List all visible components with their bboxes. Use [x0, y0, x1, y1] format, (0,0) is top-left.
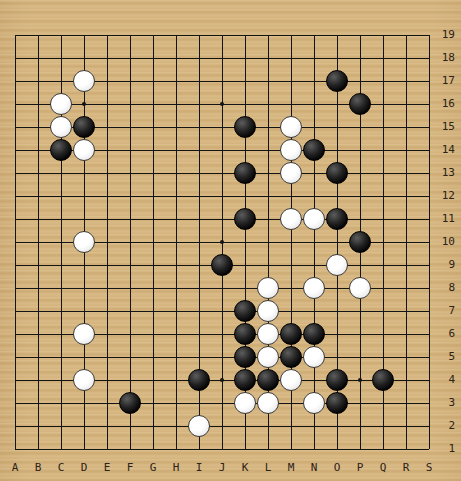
point-D2[interactable] — [73, 415, 96, 438]
point-F4[interactable] — [119, 369, 142, 392]
point-A8[interactable] — [4, 277, 27, 300]
point-H1[interactable] — [165, 438, 188, 461]
point-H9[interactable] — [165, 254, 188, 277]
point-K12[interactable] — [234, 185, 257, 208]
point-Q4[interactable] — [372, 369, 395, 392]
point-C8[interactable] — [50, 277, 73, 300]
point-N2[interactable] — [303, 415, 326, 438]
point-R15[interactable] — [395, 116, 418, 139]
point-F10[interactable] — [119, 231, 142, 254]
point-B5[interactable] — [27, 346, 50, 369]
point-R8[interactable] — [395, 277, 418, 300]
point-P9[interactable] — [349, 254, 372, 277]
point-Q11[interactable] — [372, 208, 395, 231]
point-D5[interactable] — [73, 346, 96, 369]
point-I13[interactable] — [188, 162, 211, 185]
point-I1[interactable] — [188, 438, 211, 461]
point-N17[interactable] — [303, 70, 326, 93]
point-C9[interactable] — [50, 254, 73, 277]
point-J7[interactable] — [211, 300, 234, 323]
point-J2[interactable] — [211, 415, 234, 438]
point-G19[interactable] — [142, 24, 165, 47]
point-Q3[interactable] — [372, 392, 395, 415]
point-O5[interactable] — [326, 346, 349, 369]
point-B1[interactable] — [27, 438, 50, 461]
point-F13[interactable] — [119, 162, 142, 185]
point-O19[interactable] — [326, 24, 349, 47]
point-E6[interactable] — [96, 323, 119, 346]
point-E16[interactable] — [96, 93, 119, 116]
point-A7[interactable] — [4, 300, 27, 323]
point-R9[interactable] — [395, 254, 418, 277]
point-J1[interactable] — [211, 438, 234, 461]
point-R10[interactable] — [395, 231, 418, 254]
point-N8[interactable] — [303, 277, 326, 300]
point-A10[interactable] — [4, 231, 27, 254]
point-E5[interactable] — [96, 346, 119, 369]
point-N4[interactable] — [303, 369, 326, 392]
point-J18[interactable] — [211, 47, 234, 70]
point-C11[interactable] — [50, 208, 73, 231]
point-B19[interactable] — [27, 24, 50, 47]
goban[interactable] — [4, 24, 441, 461]
point-M15[interactable] — [280, 116, 303, 139]
point-F15[interactable] — [119, 116, 142, 139]
point-I8[interactable] — [188, 277, 211, 300]
point-M18[interactable] — [280, 47, 303, 70]
point-C16[interactable] — [50, 93, 73, 116]
point-L16[interactable] — [257, 93, 280, 116]
point-F19[interactable] — [119, 24, 142, 47]
point-G5[interactable] — [142, 346, 165, 369]
point-G17[interactable] — [142, 70, 165, 93]
point-H2[interactable] — [165, 415, 188, 438]
point-H8[interactable] — [165, 277, 188, 300]
point-D19[interactable] — [73, 24, 96, 47]
point-F11[interactable] — [119, 208, 142, 231]
point-D17[interactable] — [73, 70, 96, 93]
point-M14[interactable] — [280, 139, 303, 162]
point-E11[interactable] — [96, 208, 119, 231]
point-E8[interactable] — [96, 277, 119, 300]
point-M19[interactable] — [280, 24, 303, 47]
point-J3[interactable] — [211, 392, 234, 415]
point-E4[interactable] — [96, 369, 119, 392]
point-M16[interactable] — [280, 93, 303, 116]
point-K2[interactable] — [234, 415, 257, 438]
point-A13[interactable] — [4, 162, 27, 185]
point-F16[interactable] — [119, 93, 142, 116]
point-A3[interactable] — [4, 392, 27, 415]
point-A5[interactable] — [4, 346, 27, 369]
point-Q10[interactable] — [372, 231, 395, 254]
point-N14[interactable] — [303, 139, 326, 162]
point-G15[interactable] — [142, 116, 165, 139]
point-P1[interactable] — [349, 438, 372, 461]
point-E3[interactable] — [96, 392, 119, 415]
point-E1[interactable] — [96, 438, 119, 461]
point-B18[interactable] — [27, 47, 50, 70]
point-C1[interactable] — [50, 438, 73, 461]
point-F1[interactable] — [119, 438, 142, 461]
point-B9[interactable] — [27, 254, 50, 277]
point-P14[interactable] — [349, 139, 372, 162]
point-Q6[interactable] — [372, 323, 395, 346]
point-G3[interactable] — [142, 392, 165, 415]
point-R6[interactable] — [395, 323, 418, 346]
point-Q15[interactable] — [372, 116, 395, 139]
point-B3[interactable] — [27, 392, 50, 415]
point-G16[interactable] — [142, 93, 165, 116]
point-L8[interactable] — [257, 277, 280, 300]
point-D1[interactable] — [73, 438, 96, 461]
point-P18[interactable] — [349, 47, 372, 70]
point-K17[interactable] — [234, 70, 257, 93]
point-Q13[interactable] — [372, 162, 395, 185]
point-Q16[interactable] — [372, 93, 395, 116]
point-M8[interactable] — [280, 277, 303, 300]
point-A11[interactable] — [4, 208, 27, 231]
point-A1[interactable] — [4, 438, 27, 461]
point-Q14[interactable] — [372, 139, 395, 162]
point-O15[interactable] — [326, 116, 349, 139]
point-J5[interactable] — [211, 346, 234, 369]
point-P12[interactable] — [349, 185, 372, 208]
point-R14[interactable] — [395, 139, 418, 162]
point-J12[interactable] — [211, 185, 234, 208]
point-H14[interactable] — [165, 139, 188, 162]
point-G13[interactable] — [142, 162, 165, 185]
point-H18[interactable] — [165, 47, 188, 70]
point-P2[interactable] — [349, 415, 372, 438]
point-Q5[interactable] — [372, 346, 395, 369]
point-L13[interactable] — [257, 162, 280, 185]
point-A19[interactable] — [4, 24, 27, 47]
point-L6[interactable] — [257, 323, 280, 346]
point-G1[interactable] — [142, 438, 165, 461]
point-I12[interactable] — [188, 185, 211, 208]
point-A14[interactable] — [4, 139, 27, 162]
point-P17[interactable] — [349, 70, 372, 93]
point-J9[interactable] — [211, 254, 234, 277]
point-C10[interactable] — [50, 231, 73, 254]
point-B8[interactable] — [27, 277, 50, 300]
point-O18[interactable] — [326, 47, 349, 70]
point-M10[interactable] — [280, 231, 303, 254]
point-C4[interactable] — [50, 369, 73, 392]
point-C7[interactable] — [50, 300, 73, 323]
point-A12[interactable] — [4, 185, 27, 208]
point-O11[interactable] — [326, 208, 349, 231]
point-C19[interactable] — [50, 24, 73, 47]
point-J19[interactable] — [211, 24, 234, 47]
point-O17[interactable] — [326, 70, 349, 93]
point-F5[interactable] — [119, 346, 142, 369]
point-F9[interactable] — [119, 254, 142, 277]
point-B13[interactable] — [27, 162, 50, 185]
point-J11[interactable] — [211, 208, 234, 231]
point-O1[interactable] — [326, 438, 349, 461]
point-P4[interactable] — [349, 369, 372, 392]
point-I7[interactable] — [188, 300, 211, 323]
point-K15[interactable] — [234, 116, 257, 139]
point-R1[interactable] — [395, 438, 418, 461]
point-I4[interactable] — [188, 369, 211, 392]
point-B17[interactable] — [27, 70, 50, 93]
point-N11[interactable] — [303, 208, 326, 231]
point-D12[interactable] — [73, 185, 96, 208]
point-O16[interactable] — [326, 93, 349, 116]
point-F6[interactable] — [119, 323, 142, 346]
point-O14[interactable] — [326, 139, 349, 162]
point-N1[interactable] — [303, 438, 326, 461]
point-B2[interactable] — [27, 415, 50, 438]
point-E9[interactable] — [96, 254, 119, 277]
point-F12[interactable] — [119, 185, 142, 208]
point-R5[interactable] — [395, 346, 418, 369]
point-F8[interactable] — [119, 277, 142, 300]
point-P8[interactable] — [349, 277, 372, 300]
point-G14[interactable] — [142, 139, 165, 162]
point-I9[interactable] — [188, 254, 211, 277]
point-M9[interactable] — [280, 254, 303, 277]
point-H17[interactable] — [165, 70, 188, 93]
point-G4[interactable] — [142, 369, 165, 392]
point-O3[interactable] — [326, 392, 349, 415]
point-K10[interactable] — [234, 231, 257, 254]
point-B6[interactable] — [27, 323, 50, 346]
point-M13[interactable] — [280, 162, 303, 185]
point-K8[interactable] — [234, 277, 257, 300]
point-Q7[interactable] — [372, 300, 395, 323]
point-B7[interactable] — [27, 300, 50, 323]
point-R18[interactable] — [395, 47, 418, 70]
point-H5[interactable] — [165, 346, 188, 369]
point-I16[interactable] — [188, 93, 211, 116]
point-L12[interactable] — [257, 185, 280, 208]
point-O4[interactable] — [326, 369, 349, 392]
point-L15[interactable] — [257, 116, 280, 139]
point-G7[interactable] — [142, 300, 165, 323]
point-D6[interactable] — [73, 323, 96, 346]
point-F7[interactable] — [119, 300, 142, 323]
point-R3[interactable] — [395, 392, 418, 415]
point-D9[interactable] — [73, 254, 96, 277]
point-L7[interactable] — [257, 300, 280, 323]
point-R16[interactable] — [395, 93, 418, 116]
point-E2[interactable] — [96, 415, 119, 438]
point-L19[interactable] — [257, 24, 280, 47]
point-N19[interactable] — [303, 24, 326, 47]
point-J10[interactable] — [211, 231, 234, 254]
point-I11[interactable] — [188, 208, 211, 231]
point-K18[interactable] — [234, 47, 257, 70]
point-E12[interactable] — [96, 185, 119, 208]
point-H4[interactable] — [165, 369, 188, 392]
point-C12[interactable] — [50, 185, 73, 208]
point-I5[interactable] — [188, 346, 211, 369]
point-O2[interactable] — [326, 415, 349, 438]
point-J17[interactable] — [211, 70, 234, 93]
point-H3[interactable] — [165, 392, 188, 415]
point-H19[interactable] — [165, 24, 188, 47]
point-O9[interactable] — [326, 254, 349, 277]
point-N18[interactable] — [303, 47, 326, 70]
point-D13[interactable] — [73, 162, 96, 185]
point-K14[interactable] — [234, 139, 257, 162]
point-D15[interactable] — [73, 116, 96, 139]
point-Q9[interactable] — [372, 254, 395, 277]
point-L5[interactable] — [257, 346, 280, 369]
point-N7[interactable] — [303, 300, 326, 323]
point-L2[interactable] — [257, 415, 280, 438]
point-Q12[interactable] — [372, 185, 395, 208]
point-M17[interactable] — [280, 70, 303, 93]
point-B14[interactable] — [27, 139, 50, 162]
point-P6[interactable] — [349, 323, 372, 346]
point-M11[interactable] — [280, 208, 303, 231]
point-R17[interactable] — [395, 70, 418, 93]
point-O12[interactable] — [326, 185, 349, 208]
point-P3[interactable] — [349, 392, 372, 415]
point-L18[interactable] — [257, 47, 280, 70]
point-D16[interactable] — [73, 93, 96, 116]
point-I18[interactable] — [188, 47, 211, 70]
point-E18[interactable] — [96, 47, 119, 70]
point-P13[interactable] — [349, 162, 372, 185]
point-C5[interactable] — [50, 346, 73, 369]
point-K4[interactable] — [234, 369, 257, 392]
point-K13[interactable] — [234, 162, 257, 185]
point-K1[interactable] — [234, 438, 257, 461]
point-L1[interactable] — [257, 438, 280, 461]
point-B11[interactable] — [27, 208, 50, 231]
point-F14[interactable] — [119, 139, 142, 162]
point-P11[interactable] — [349, 208, 372, 231]
point-P15[interactable] — [349, 116, 372, 139]
point-L17[interactable] — [257, 70, 280, 93]
point-C18[interactable] — [50, 47, 73, 70]
point-Q1[interactable] — [372, 438, 395, 461]
point-P10[interactable] — [349, 231, 372, 254]
point-D10[interactable] — [73, 231, 96, 254]
point-P5[interactable] — [349, 346, 372, 369]
point-P16[interactable] — [349, 93, 372, 116]
point-C13[interactable] — [50, 162, 73, 185]
point-L9[interactable] — [257, 254, 280, 277]
point-G9[interactable] — [142, 254, 165, 277]
point-D3[interactable] — [73, 392, 96, 415]
point-E7[interactable] — [96, 300, 119, 323]
point-F18[interactable] — [119, 47, 142, 70]
point-R19[interactable] — [395, 24, 418, 47]
point-L11[interactable] — [257, 208, 280, 231]
point-E15[interactable] — [96, 116, 119, 139]
point-E10[interactable] — [96, 231, 119, 254]
point-G18[interactable] — [142, 47, 165, 70]
point-J6[interactable] — [211, 323, 234, 346]
point-M4[interactable] — [280, 369, 303, 392]
point-G12[interactable] — [142, 185, 165, 208]
point-N9[interactable] — [303, 254, 326, 277]
point-C15[interactable] — [50, 116, 73, 139]
point-F2[interactable] — [119, 415, 142, 438]
point-R12[interactable] — [395, 185, 418, 208]
point-A18[interactable] — [4, 47, 27, 70]
point-A16[interactable] — [4, 93, 27, 116]
point-L4[interactable] — [257, 369, 280, 392]
point-I19[interactable] — [188, 24, 211, 47]
point-R7[interactable] — [395, 300, 418, 323]
point-N6[interactable] — [303, 323, 326, 346]
point-A6[interactable] — [4, 323, 27, 346]
point-E13[interactable] — [96, 162, 119, 185]
point-C6[interactable] — [50, 323, 73, 346]
point-H6[interactable] — [165, 323, 188, 346]
point-N3[interactable] — [303, 392, 326, 415]
point-L10[interactable] — [257, 231, 280, 254]
point-F3[interactable] — [119, 392, 142, 415]
point-Q8[interactable] — [372, 277, 395, 300]
point-Q2[interactable] — [372, 415, 395, 438]
point-M2[interactable] — [280, 415, 303, 438]
point-O6[interactable] — [326, 323, 349, 346]
point-E19[interactable] — [96, 24, 119, 47]
point-R11[interactable] — [395, 208, 418, 231]
point-I2[interactable] — [188, 415, 211, 438]
point-C3[interactable] — [50, 392, 73, 415]
point-A15[interactable] — [4, 116, 27, 139]
point-H11[interactable] — [165, 208, 188, 231]
point-B4[interactable] — [27, 369, 50, 392]
point-K5[interactable] — [234, 346, 257, 369]
point-B16[interactable] — [27, 93, 50, 116]
point-A4[interactable] — [4, 369, 27, 392]
point-G11[interactable] — [142, 208, 165, 231]
point-P19[interactable] — [349, 24, 372, 47]
point-M7[interactable] — [280, 300, 303, 323]
point-E14[interactable] — [96, 139, 119, 162]
point-C17[interactable] — [50, 70, 73, 93]
point-E17[interactable] — [96, 70, 119, 93]
point-N15[interactable] — [303, 116, 326, 139]
point-C2[interactable] — [50, 415, 73, 438]
point-G10[interactable] — [142, 231, 165, 254]
point-H15[interactable] — [165, 116, 188, 139]
point-H10[interactable] — [165, 231, 188, 254]
point-H16[interactable] — [165, 93, 188, 116]
point-I17[interactable] — [188, 70, 211, 93]
point-D8[interactable] — [73, 277, 96, 300]
point-R13[interactable] — [395, 162, 418, 185]
point-J16[interactable] — [211, 93, 234, 116]
point-K7[interactable] — [234, 300, 257, 323]
point-I3[interactable] — [188, 392, 211, 415]
point-F17[interactable] — [119, 70, 142, 93]
point-Q19[interactable] — [372, 24, 395, 47]
point-I10[interactable] — [188, 231, 211, 254]
point-M6[interactable] — [280, 323, 303, 346]
point-D14[interactable] — [73, 139, 96, 162]
point-J13[interactable] — [211, 162, 234, 185]
point-R4[interactable] — [395, 369, 418, 392]
point-A2[interactable] — [4, 415, 27, 438]
point-L14[interactable] — [257, 139, 280, 162]
point-K16[interactable] — [234, 93, 257, 116]
point-G6[interactable] — [142, 323, 165, 346]
point-M5[interactable] — [280, 346, 303, 369]
point-J4[interactable] — [211, 369, 234, 392]
